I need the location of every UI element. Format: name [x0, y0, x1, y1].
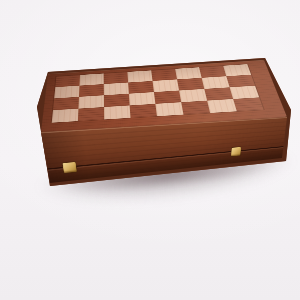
product-photo-scene [0, 0, 300, 300]
right-brass-clasp [231, 147, 241, 156]
board-square [207, 99, 237, 113]
left-brass-clasp [62, 161, 76, 172]
chessboard [52, 64, 264, 123]
board-square [155, 102, 183, 116]
board-square [78, 107, 104, 121]
board-square [104, 105, 130, 119]
board-square [233, 97, 264, 111]
board-square [130, 104, 157, 118]
board-square [181, 101, 210, 115]
board-square [52, 109, 79, 123]
